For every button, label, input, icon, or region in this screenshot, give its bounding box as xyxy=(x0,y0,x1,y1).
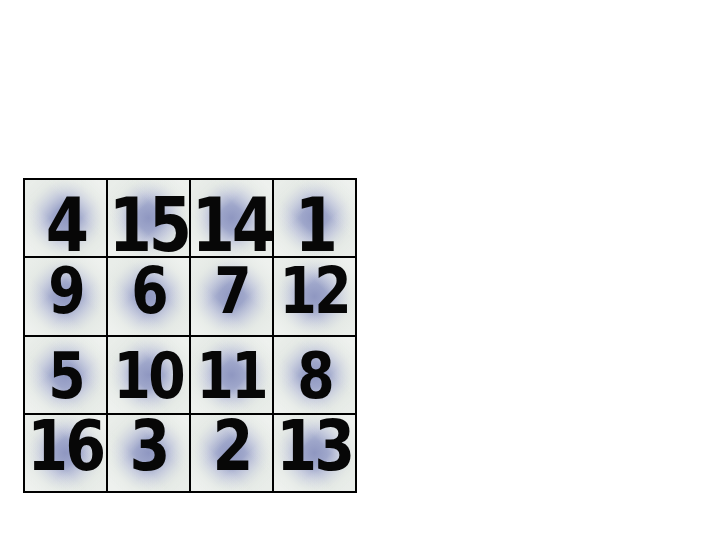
cell-r1c4: 1 xyxy=(273,179,356,257)
cell-value: 16 xyxy=(28,414,104,481)
cell-r4c2: 3 xyxy=(107,414,190,492)
cell-value: 4 xyxy=(45,188,85,257)
cell-value: 8 xyxy=(297,344,332,408)
cell-r1c3: 14 xyxy=(190,179,273,257)
cell-value: 1 xyxy=(294,188,334,257)
cell-r4c1: 16 xyxy=(24,414,107,492)
cell-value: 7 xyxy=(214,259,249,323)
cell-value: 15 xyxy=(108,188,188,257)
cell-r4c4: 13 xyxy=(273,414,356,492)
slide-canvas: 4 15 14 1 9 6 7 12 5 10 11 8 16 3 2 13 xyxy=(0,0,720,540)
cell-value: 13 xyxy=(277,414,353,481)
cell-value: 12 xyxy=(280,259,349,323)
cell-value: 10 xyxy=(114,344,183,408)
cell-value: 14 xyxy=(191,188,271,257)
cell-r2c1: 9 xyxy=(24,257,107,335)
cell-value: 9 xyxy=(48,259,83,323)
cell-r4c3: 2 xyxy=(190,414,273,492)
cell-r1c2: 15 xyxy=(107,179,190,257)
cell-r3c3: 11 xyxy=(190,336,273,414)
cell-value: 3 xyxy=(130,414,168,481)
cell-r2c3: 7 xyxy=(190,257,273,335)
cell-value: 5 xyxy=(48,344,83,408)
cell-value: 2 xyxy=(213,414,251,481)
cell-value: 6 xyxy=(131,259,166,323)
cell-r3c1: 5 xyxy=(24,336,107,414)
cell-r3c4: 8 xyxy=(273,336,356,414)
cell-r2c2: 6 xyxy=(107,257,190,335)
cell-value: 11 xyxy=(197,344,266,408)
cell-r2c4: 12 xyxy=(273,257,356,335)
magic-square-grid: 4 15 14 1 9 6 7 12 5 10 11 8 16 3 2 13 xyxy=(23,178,357,493)
cell-r1c1: 4 xyxy=(24,179,107,257)
cell-r3c2: 10 xyxy=(107,336,190,414)
